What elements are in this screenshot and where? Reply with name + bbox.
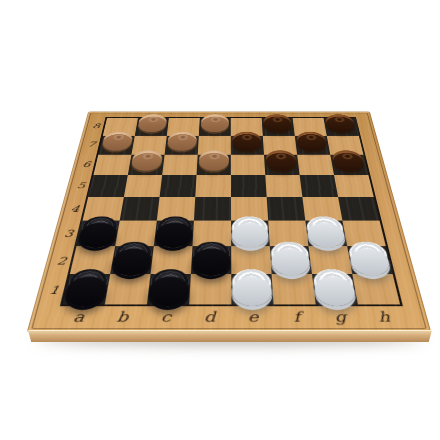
square-h2[interactable] [347, 246, 392, 274]
square-g7[interactable] [295, 136, 330, 155]
board-side-edge [28, 330, 432, 342]
file-label-g: g [317, 305, 364, 329]
square-b1[interactable] [105, 274, 151, 304]
square-c7[interactable] [165, 136, 199, 155]
square-f6[interactable] [264, 155, 300, 175]
square-d2[interactable] [191, 246, 231, 274]
checker-black-c3[interactable] [155, 216, 194, 241]
square-c5[interactable] [160, 175, 197, 197]
square-c3[interactable] [154, 221, 194, 247]
square-f2[interactable] [270, 246, 312, 274]
checker-brown-f6[interactable] [265, 150, 297, 168]
photo-scene: 87654321 abcdefgh [0, 0, 440, 440]
square-e1[interactable] [231, 274, 273, 304]
square-d8[interactable] [199, 118, 231, 136]
checker-black-b2[interactable] [112, 241, 154, 268]
square-d5[interactable] [195, 175, 231, 197]
square-g5[interactable] [300, 175, 338, 197]
checker-black-c1[interactable] [148, 269, 191, 298]
file-label-a: a [54, 305, 103, 329]
square-g3[interactable] [305, 221, 347, 247]
checker-black-d2[interactable] [192, 241, 231, 268]
square-e7[interactable] [231, 136, 264, 155]
square-h4[interactable] [338, 197, 379, 221]
square-c1[interactable] [147, 274, 191, 304]
square-g1[interactable] [312, 274, 358, 304]
checker-white-e1[interactable] [232, 269, 273, 298]
square-h1[interactable] [352, 274, 400, 304]
checker-white-g3[interactable] [305, 216, 346, 241]
checker-tan-b8[interactable] [137, 114, 167, 130]
checkers-board: 87654321 abcdefgh [27, 112, 431, 332]
square-h5[interactable] [334, 175, 374, 197]
square-b2[interactable] [110, 246, 154, 274]
square-a3[interactable] [76, 221, 119, 247]
square-a7[interactable] [98, 136, 135, 155]
checker-white-f2[interactable] [270, 241, 311, 268]
square-f4[interactable] [267, 197, 306, 221]
checker-white-e3[interactable] [231, 216, 269, 241]
checker-brown-e7[interactable] [232, 132, 262, 149]
square-e3[interactable] [231, 221, 270, 247]
checker-brown-f8[interactable] [263, 114, 293, 130]
square-f8[interactable] [262, 118, 295, 136]
square-b8[interactable] [135, 118, 169, 136]
checker-tan-c7[interactable] [167, 132, 197, 149]
square-b6[interactable] [128, 155, 165, 175]
checker-tan-d6[interactable] [199, 150, 230, 168]
square-h8[interactable] [324, 118, 359, 136]
square-b5[interactable] [124, 175, 162, 197]
file-label-f: f [274, 305, 320, 329]
square-e6[interactable] [231, 155, 265, 175]
checker-brown-h8[interactable] [324, 114, 355, 130]
checker-black-a1[interactable] [65, 269, 111, 298]
checker-tan-a7[interactable] [101, 132, 134, 149]
square-a1[interactable] [63, 274, 111, 304]
square-d1[interactable] [189, 274, 231, 304]
square-b4[interactable] [120, 197, 160, 221]
file-label-b: b [99, 305, 146, 329]
file-label-h: h [360, 305, 409, 329]
square-f1[interactable] [272, 274, 316, 304]
square-d6[interactable] [197, 155, 231, 175]
square-f5[interactable] [265, 175, 302, 197]
square-g6[interactable] [297, 155, 334, 175]
file-label-c: c [143, 305, 189, 329]
checker-white-h2[interactable] [347, 241, 391, 268]
playing-grid [60, 117, 403, 306]
square-h6[interactable] [330, 155, 368, 175]
checker-white-g1[interactable] [312, 269, 357, 298]
file-labels: abcdefgh [54, 305, 408, 329]
checker-black-a3[interactable] [78, 216, 120, 241]
square-e5[interactable] [231, 175, 267, 197]
file-label-e: e [231, 305, 275, 329]
square-c6[interactable] [162, 155, 198, 175]
file-label-d: d [187, 305, 231, 329]
square-a6[interactable] [93, 155, 131, 175]
checker-tan-b6[interactable] [131, 150, 164, 168]
square-a5[interactable] [88, 175, 128, 197]
checker-tan-d8[interactable] [201, 114, 229, 130]
square-d4[interactable] [194, 197, 231, 221]
